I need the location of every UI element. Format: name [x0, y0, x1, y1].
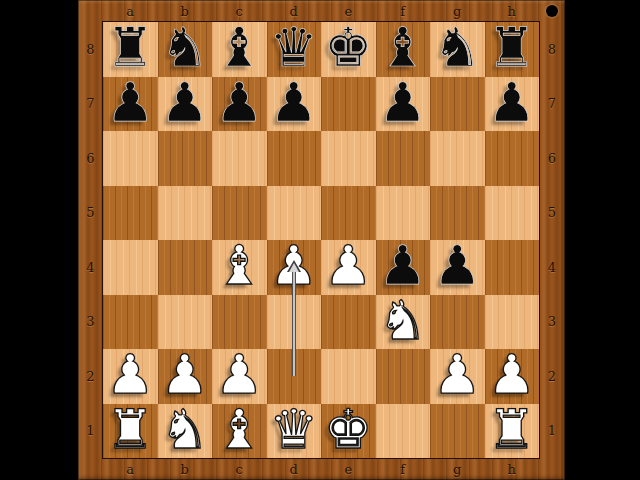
square-c4[interactable]: ♝ [212, 240, 267, 295]
file-label-a-bottom: a [103, 458, 158, 480]
white-pawn-g2[interactable]: ♟ [433, 348, 481, 402]
square-f5[interactable] [376, 186, 431, 241]
frame-corner-top-left [78, 0, 103, 22]
square-d8[interactable]: ♛ [267, 22, 322, 77]
rank-label-1-right: 1 [539, 404, 565, 459]
square-f8[interactable]: ♝ [376, 22, 431, 77]
square-e7[interactable] [321, 77, 376, 132]
square-g4[interactable]: ♟ [430, 240, 485, 295]
square-h1[interactable]: ♜ [485, 404, 540, 459]
black-knight-b8[interactable]: ♞ [161, 21, 209, 75]
black-pawn-f4[interactable]: ♟ [379, 239, 427, 293]
white-knight-f3[interactable]: ♞ [379, 294, 427, 348]
square-e4[interactable]: ♟ [321, 240, 376, 295]
black-to-move-indicator-dot [546, 5, 558, 17]
last-move-arrowhead-fill [289, 263, 299, 272]
square-b3[interactable] [158, 295, 213, 350]
rank-labels-left: 8 7 6 5 4 3 2 1 [78, 22, 103, 458]
white-rook-a1[interactable]: ♜ [106, 403, 154, 457]
white-bishop-c4[interactable]: ♝ [215, 239, 263, 293]
square-f7[interactable]: ♟ [376, 77, 431, 132]
last-move-arrow-line [292, 271, 296, 376]
white-pawn-e4[interactable]: ♟ [324, 239, 372, 293]
square-h6[interactable] [485, 131, 540, 186]
square-b7[interactable]: ♟ [158, 77, 213, 132]
white-king-e1[interactable]: ♚ [324, 403, 372, 457]
file-label-h-bottom: h [485, 458, 540, 480]
black-knight-g8[interactable]: ♞ [433, 21, 481, 75]
square-a2[interactable]: ♟ [103, 349, 158, 404]
square-f4[interactable]: ♟ [376, 240, 431, 295]
frame-corner-bottom-right [539, 458, 565, 480]
black-rook-a8[interactable]: ♜ [106, 21, 154, 75]
square-d7[interactable]: ♟ [267, 77, 322, 132]
square-h4[interactable] [485, 240, 540, 295]
square-d1[interactable]: ♛ [267, 404, 322, 459]
square-b8[interactable]: ♞ [158, 22, 213, 77]
square-a6[interactable] [103, 131, 158, 186]
white-rook-h1[interactable]: ♜ [488, 403, 536, 457]
white-queen-d1[interactable]: ♛ [270, 403, 318, 457]
rank-label-2-right: 2 [539, 349, 565, 404]
square-b2[interactable]: ♟ [158, 349, 213, 404]
frame-corner-bottom-left [78, 458, 103, 480]
square-h5[interactable] [485, 186, 540, 241]
square-b1[interactable]: ♞ [158, 404, 213, 459]
rank-labels-right: 8 7 6 5 4 3 2 1 [539, 22, 565, 458]
rank-label-4-right: 4 [539, 240, 565, 295]
rank-label-3-right: 3 [539, 295, 565, 350]
black-rook-h8[interactable]: ♜ [488, 21, 536, 75]
square-e5[interactable] [321, 186, 376, 241]
black-pawn-a7[interactable]: ♟ [106, 76, 154, 130]
square-g7[interactable] [430, 77, 485, 132]
square-f3[interactable]: ♞ [376, 295, 431, 350]
rank-label-6-left: 6 [78, 131, 103, 186]
board-frame: a b c d e f g h 8 7 6 5 4 3 2 1 ♜♞♝♛♚♝♞♜… [78, 0, 565, 480]
square-e6[interactable] [321, 131, 376, 186]
black-pawn-c7[interactable]: ♟ [215, 76, 263, 130]
white-pawn-c2[interactable]: ♟ [215, 348, 263, 402]
black-pawn-d7[interactable]: ♟ [270, 76, 318, 130]
square-f6[interactable] [376, 131, 431, 186]
white-bishop-c1[interactable]: ♝ [215, 403, 263, 457]
square-g5[interactable] [430, 186, 485, 241]
file-label-b-bottom: b [158, 458, 213, 480]
white-pawn-a2[interactable]: ♟ [106, 348, 154, 402]
square-f1[interactable] [376, 404, 431, 459]
rank-label-7-right: 7 [539, 77, 565, 132]
square-c8[interactable]: ♝ [212, 22, 267, 77]
square-a1[interactable]: ♜ [103, 404, 158, 459]
square-e8[interactable]: ♚ [321, 22, 376, 77]
white-pawn-b2[interactable]: ♟ [161, 348, 209, 402]
square-d5[interactable] [267, 186, 322, 241]
black-pawn-h7[interactable]: ♟ [488, 76, 536, 130]
black-bishop-f8[interactable]: ♝ [379, 21, 427, 75]
square-c2[interactable]: ♟ [212, 349, 267, 404]
square-b5[interactable] [158, 186, 213, 241]
rank-label-7-left: 7 [78, 77, 103, 132]
square-c1[interactable]: ♝ [212, 404, 267, 459]
square-a8[interactable]: ♜ [103, 22, 158, 77]
square-a4[interactable] [103, 240, 158, 295]
frame-corner-top-right [539, 0, 565, 22]
black-king-e8[interactable]: ♚ [324, 21, 372, 75]
square-b4[interactable] [158, 240, 213, 295]
file-label-e-bottom: e [321, 458, 376, 480]
square-c5[interactable] [212, 186, 267, 241]
square-a3[interactable] [103, 295, 158, 350]
black-pawn-b7[interactable]: ♟ [161, 76, 209, 130]
file-label-g-bottom: g [430, 458, 485, 480]
rank-label-2-left: 2 [78, 349, 103, 404]
rank-label-1-left: 1 [78, 404, 103, 459]
black-pawn-g4[interactable]: ♟ [433, 239, 481, 293]
square-c7[interactable]: ♟ [212, 77, 267, 132]
rank-label-5-left: 5 [78, 186, 103, 241]
square-f2[interactable] [376, 349, 431, 404]
square-g3[interactable] [430, 295, 485, 350]
rank-label-5-right: 5 [539, 186, 565, 241]
square-e2[interactable] [321, 349, 376, 404]
square-g6[interactable] [430, 131, 485, 186]
square-h7[interactable]: ♟ [485, 77, 540, 132]
black-pawn-f7[interactable]: ♟ [379, 76, 427, 130]
square-b6[interactable] [158, 131, 213, 186]
square-e1[interactable]: ♚ [321, 404, 376, 459]
black-queen-d8[interactable]: ♛ [270, 21, 318, 75]
square-h8[interactable]: ♜ [485, 22, 540, 77]
white-pawn-h2[interactable]: ♟ [488, 348, 536, 402]
rank-label-8-left: 8 [78, 22, 103, 77]
square-a5[interactable] [103, 186, 158, 241]
square-d6[interactable] [267, 131, 322, 186]
square-h3[interactable] [485, 295, 540, 350]
square-h2[interactable]: ♟ [485, 349, 540, 404]
rank-label-4-left: 4 [78, 240, 103, 295]
file-label-c-bottom: c [212, 458, 267, 480]
square-g1[interactable] [430, 404, 485, 459]
square-c3[interactable] [212, 295, 267, 350]
black-bishop-c8[interactable]: ♝ [215, 21, 263, 75]
chess-board: ♜♞♝♛♚♝♞♜♟♟♟♟♟♟♝♟♟♟♟♞♟♟♟♟♟♜♞♝♛♚♜ [103, 22, 539, 458]
square-a7[interactable]: ♟ [103, 77, 158, 132]
square-g2[interactable]: ♟ [430, 349, 485, 404]
square-g8[interactable]: ♞ [430, 22, 485, 77]
rank-label-3-left: 3 [78, 295, 103, 350]
white-knight-b1[interactable]: ♞ [161, 403, 209, 457]
rank-label-6-right: 6 [539, 131, 565, 186]
file-label-f-bottom: f [376, 458, 431, 480]
file-label-d-bottom: d [267, 458, 322, 480]
rank-label-8-right: 8 [539, 22, 565, 77]
square-c6[interactable] [212, 131, 267, 186]
square-e3[interactable] [321, 295, 376, 350]
file-labels-bottom: a b c d e f g h [103, 458, 539, 480]
